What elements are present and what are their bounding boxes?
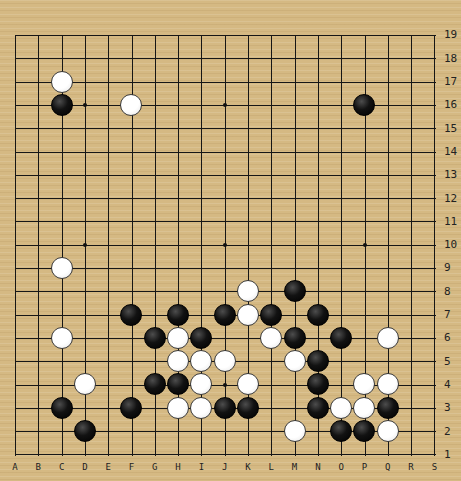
stone-black-C3 xyxy=(51,397,73,419)
column-label: M xyxy=(283,459,306,475)
stone-white-Q6 xyxy=(377,327,399,349)
stone-white-Q2 xyxy=(377,420,399,442)
column-label: Q xyxy=(376,459,399,475)
column-label: C xyxy=(50,459,73,475)
row-label: 2 xyxy=(438,419,461,442)
stone-white-J5 xyxy=(214,350,236,372)
stone-white-H5 xyxy=(167,350,189,372)
column-label: K xyxy=(236,459,259,475)
stone-black-L7 xyxy=(260,304,282,326)
stone-black-F7 xyxy=(120,304,142,326)
stone-black-I6 xyxy=(190,327,212,349)
stone-black-G4 xyxy=(144,373,166,395)
row-label: 19 xyxy=(438,23,461,46)
column-label: L xyxy=(260,459,283,475)
row-label: 13 xyxy=(438,163,461,186)
stone-white-K4 xyxy=(237,373,259,395)
row-label: 11 xyxy=(438,210,461,233)
go-board-screen: ABCDEFGHIJKLMNOPQRS 19181716151413121110… xyxy=(0,0,461,481)
column-label: A xyxy=(3,459,26,475)
stone-black-N7 xyxy=(307,304,329,326)
row-label: 7 xyxy=(438,303,461,326)
row-label: 10 xyxy=(438,233,461,256)
stone-white-I4 xyxy=(190,373,212,395)
column-label: O xyxy=(330,459,353,475)
stone-white-L6 xyxy=(260,327,282,349)
row-label: 4 xyxy=(438,373,461,396)
stone-white-P3 xyxy=(353,397,375,419)
stone-white-K8 xyxy=(237,280,259,302)
stone-white-H6 xyxy=(167,327,189,349)
stone-white-C9 xyxy=(51,257,73,279)
column-label: J xyxy=(213,459,236,475)
stone-black-D2 xyxy=(74,420,96,442)
column-label: F xyxy=(120,459,143,475)
row-label: 1 xyxy=(438,443,461,466)
stone-black-P16 xyxy=(353,94,375,116)
stone-black-M8 xyxy=(284,280,306,302)
row-label: 3 xyxy=(438,396,461,419)
stone-white-O3 xyxy=(330,397,352,419)
stone-white-K7 xyxy=(237,304,259,326)
column-label: R xyxy=(399,459,422,475)
stone-white-M5 xyxy=(284,350,306,372)
stone-black-J3 xyxy=(214,397,236,419)
stone-black-H4 xyxy=(167,373,189,395)
row-label: 17 xyxy=(438,70,461,93)
column-labels: ABCDEFGHIJKLMNOPQRS xyxy=(3,459,446,475)
stone-white-I5 xyxy=(190,350,212,372)
row-label: 18 xyxy=(438,47,461,70)
column-label: I xyxy=(190,459,213,475)
stone-white-M2 xyxy=(284,420,306,442)
stone-black-C16 xyxy=(51,94,73,116)
stone-black-N3 xyxy=(307,397,329,419)
column-label: G xyxy=(143,459,166,475)
stone-white-F16 xyxy=(120,94,142,116)
stone-black-N5 xyxy=(307,350,329,372)
stone-white-C17 xyxy=(51,71,73,93)
column-label: E xyxy=(97,459,120,475)
stone-black-N4 xyxy=(307,373,329,395)
row-label: 9 xyxy=(438,256,461,279)
stone-black-Q3 xyxy=(377,397,399,419)
row-label: 12 xyxy=(438,186,461,209)
stone-black-M6 xyxy=(284,327,306,349)
column-label: P xyxy=(353,459,376,475)
row-labels: 19181716151413121110987654321 xyxy=(438,23,461,466)
column-label: H xyxy=(166,459,189,475)
row-label: 5 xyxy=(438,350,461,373)
stone-white-I3 xyxy=(190,397,212,419)
stone-black-O2 xyxy=(330,420,352,442)
column-label: N xyxy=(306,459,329,475)
stone-black-J7 xyxy=(214,304,236,326)
stone-black-K3 xyxy=(237,397,259,419)
stone-white-Q4 xyxy=(377,373,399,395)
stone-white-C6 xyxy=(51,327,73,349)
stone-white-D4 xyxy=(74,373,96,395)
column-label: B xyxy=(27,459,50,475)
stones-layer xyxy=(3,23,446,466)
stone-black-O6 xyxy=(330,327,352,349)
row-label: 6 xyxy=(438,326,461,349)
row-label: 16 xyxy=(438,93,461,116)
row-label: 15 xyxy=(438,117,461,140)
stone-black-P2 xyxy=(353,420,375,442)
column-label: D xyxy=(73,459,96,475)
stone-white-P4 xyxy=(353,373,375,395)
stone-black-F3 xyxy=(120,397,142,419)
stone-black-G6 xyxy=(144,327,166,349)
row-label: 14 xyxy=(438,140,461,163)
stone-white-H3 xyxy=(167,397,189,419)
row-label: 8 xyxy=(438,280,461,303)
stone-black-H7 xyxy=(167,304,189,326)
